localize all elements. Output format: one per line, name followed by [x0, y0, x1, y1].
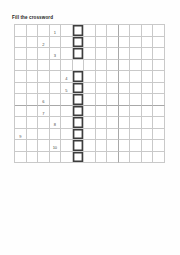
clue-number: 10 [53, 145, 57, 151]
grid-cell[interactable] [27, 37, 39, 49]
grid-cell[interactable] [61, 60, 73, 72]
crossword-grid: 12345678910 [14, 24, 165, 163]
grid-cell[interactable] [84, 117, 96, 129]
grid-cell[interactable] [84, 94, 96, 106]
grid-cell[interactable] [119, 60, 131, 72]
grid-cell[interactable] [119, 25, 131, 37]
grid-cell[interactable] [50, 60, 62, 72]
grid-cell[interactable] [130, 140, 142, 152]
grid-cell[interactable] [107, 140, 119, 152]
grid-cell[interactable] [153, 83, 165, 95]
answer-cell[interactable] [73, 106, 85, 118]
grid-cell[interactable] [84, 106, 96, 118]
grid-cell[interactable]: 10 [50, 140, 62, 152]
grid-cell[interactable] [96, 117, 108, 129]
grid-cell[interactable] [61, 129, 73, 141]
grid-cell[interactable] [84, 140, 96, 152]
grid-cell[interactable] [50, 94, 62, 106]
grid-cell[interactable] [15, 140, 27, 152]
grid-cell[interactable] [96, 25, 108, 37]
grid-cell[interactable] [119, 37, 131, 49]
grid-cell[interactable] [96, 37, 108, 49]
worksheet-title: Fill the crossword [12, 15, 53, 20]
grid-cell[interactable] [61, 94, 73, 106]
grid-cell[interactable] [38, 129, 50, 141]
grid-cell[interactable] [15, 106, 27, 118]
grid-cell[interactable] [153, 94, 165, 106]
grid-cell[interactable]: 1 [50, 25, 62, 37]
grid-cell[interactable] [50, 106, 62, 118]
grid-cell[interactable] [119, 83, 131, 95]
grid-cell[interactable] [107, 129, 119, 141]
grid-cell[interactable] [84, 25, 96, 37]
grid-cell[interactable] [38, 117, 50, 129]
answer-cell[interactable] [73, 140, 85, 152]
grid-cell[interactable] [50, 83, 62, 95]
grid-cell[interactable] [27, 129, 39, 141]
grid-cell[interactable] [107, 117, 119, 129]
grid-cell[interactable] [119, 129, 131, 141]
grid-cell[interactable] [130, 152, 142, 164]
grid-cell[interactable]: 9 [15, 129, 27, 141]
grid-cell[interactable] [27, 94, 39, 106]
grid-cell[interactable] [38, 48, 50, 60]
grid-cell[interactable] [27, 152, 39, 164]
grid-cell[interactable] [107, 48, 119, 60]
grid-cell[interactable] [96, 140, 108, 152]
grid-cell[interactable] [96, 106, 108, 118]
grid-cell[interactable] [15, 117, 27, 129]
grid-cell[interactable] [38, 140, 50, 152]
answer-cell[interactable] [73, 94, 85, 106]
grid-cell[interactable] [130, 37, 142, 49]
clue-number: 7 [42, 111, 44, 117]
grid-cell[interactable] [50, 129, 62, 141]
grid-cell[interactable] [27, 60, 39, 72]
grid-cell[interactable] [119, 71, 131, 83]
clue-number: 1 [54, 30, 56, 36]
grid-cell[interactable] [96, 83, 108, 95]
grid-cell[interactable] [96, 152, 108, 164]
clue-number: 4 [65, 76, 67, 82]
grid-cell[interactable] [50, 37, 62, 49]
answer-cell[interactable] [73, 117, 85, 129]
grid-cell[interactable] [15, 71, 27, 83]
answer-cell[interactable] [73, 83, 85, 95]
grid-cell[interactable] [61, 140, 73, 152]
grid-cell[interactable] [84, 71, 96, 83]
grid-cell[interactable] [153, 140, 165, 152]
grid-cell[interactable] [119, 94, 131, 106]
grid-cell[interactable]: 7 [38, 106, 50, 118]
grid-cell[interactable] [27, 83, 39, 95]
grid-cell[interactable] [142, 71, 154, 83]
grid-cell[interactable] [130, 60, 142, 72]
grid-cell[interactable] [27, 106, 39, 118]
grid-cell[interactable] [142, 152, 154, 164]
grid-cell[interactable] [142, 129, 154, 141]
grid-cell[interactable] [61, 117, 73, 129]
grid-cell[interactable] [107, 106, 119, 118]
grid-cell[interactable] [107, 152, 119, 164]
grid-cell[interactable] [153, 37, 165, 49]
grid-cell[interactable]: 2 [38, 37, 50, 49]
grid-cell[interactable] [84, 37, 96, 49]
clue-number: 5 [65, 88, 67, 94]
answer-cell[interactable] [73, 48, 85, 60]
grid-cell[interactable] [130, 25, 142, 37]
answer-cell[interactable] [73, 71, 85, 83]
grid-cell[interactable] [61, 25, 73, 37]
grid-cell[interactable] [27, 140, 39, 152]
grid-cell[interactable] [61, 106, 73, 118]
grid-cell[interactable] [153, 129, 165, 141]
grid-cell[interactable] [84, 60, 96, 72]
grid-cell[interactable] [142, 94, 154, 106]
grid-cell[interactable] [50, 71, 62, 83]
grid-cell[interactable] [27, 48, 39, 60]
clue-number: 8 [54, 122, 56, 128]
grid-cell[interactable] [50, 152, 62, 164]
grid-cell[interactable]: 4 [61, 71, 73, 83]
grid-cell[interactable] [15, 48, 27, 60]
grid-cell[interactable] [27, 117, 39, 129]
grid-cell[interactable] [96, 71, 108, 83]
grid-cell[interactable] [119, 106, 131, 118]
grid-cell[interactable] [84, 152, 96, 164]
grid-cell[interactable] [142, 106, 154, 118]
grid-cell[interactable] [130, 117, 142, 129]
grid-cell[interactable] [153, 71, 165, 83]
grid-cell[interactable] [96, 60, 108, 72]
answer-cell[interactable] [73, 129, 85, 141]
grid-cell[interactable] [130, 83, 142, 95]
clue-number: 6 [42, 99, 44, 105]
grid-cell[interactable] [15, 152, 27, 164]
grid-cell[interactable] [107, 94, 119, 106]
grid-cell[interactable] [84, 83, 96, 95]
grid-cell[interactable] [84, 48, 96, 60]
grid-cell[interactable] [130, 129, 142, 141]
grid-cell[interactable] [130, 48, 142, 60]
grid-cell[interactable] [15, 94, 27, 106]
grid-cell[interactable]: 5 [61, 83, 73, 95]
grid-cell[interactable] [38, 152, 50, 164]
grid-cell[interactable] [107, 37, 119, 49]
grid-cell[interactable] [38, 60, 50, 72]
grid-cell[interactable] [107, 71, 119, 83]
grid-cell[interactable] [153, 117, 165, 129]
grid-cell[interactable] [15, 83, 27, 95]
grid-cell[interactable] [61, 152, 73, 164]
grid-cell[interactable] [119, 152, 131, 164]
grid-cell[interactable] [27, 25, 39, 37]
grid-cell[interactable] [142, 140, 154, 152]
grid-cell[interactable] [119, 48, 131, 60]
grid-cell[interactable] [27, 71, 39, 83]
answer-cell[interactable] [73, 25, 85, 37]
grid-cell[interactable] [107, 83, 119, 95]
clue-number: 9 [19, 134, 21, 140]
grid-cell[interactable] [61, 37, 73, 49]
grid-cell[interactable] [61, 48, 73, 60]
grid-cell[interactable] [119, 117, 131, 129]
grid-cell[interactable] [38, 83, 50, 95]
grid-cell[interactable] [153, 106, 165, 118]
clue-number: 3 [54, 53, 56, 59]
grid-cell[interactable] [15, 37, 27, 49]
grid-cell[interactable] [38, 25, 50, 37]
grid-cell[interactable] [107, 25, 119, 37]
grid-cell[interactable] [153, 60, 165, 72]
grid-cell[interactable] [142, 48, 154, 60]
clue-number: 2 [42, 42, 44, 48]
grid-cell[interactable] [107, 60, 119, 72]
grid-cell[interactable] [96, 48, 108, 60]
answer-cell[interactable] [73, 37, 85, 49]
grid-cell[interactable]: 8 [50, 117, 62, 129]
grid-cell[interactable]: 3 [50, 48, 62, 60]
grid-cell[interactable] [73, 60, 85, 72]
grid-cell[interactable] [153, 25, 165, 37]
grid-cell[interactable] [96, 94, 108, 106]
grid-cell[interactable] [15, 60, 27, 72]
grid-cell[interactable] [130, 94, 142, 106]
grid-cell[interactable] [84, 129, 96, 141]
grid-cell[interactable] [142, 37, 154, 49]
grid-cell[interactable] [130, 71, 142, 83]
answer-cell[interactable] [73, 152, 85, 164]
grid-cell[interactable] [15, 25, 27, 37]
grid-cell[interactable] [142, 83, 154, 95]
grid-cell[interactable] [153, 48, 165, 60]
grid-cell[interactable]: 6 [38, 94, 50, 106]
grid-cell[interactable] [142, 60, 154, 72]
grid-cell[interactable] [96, 129, 108, 141]
grid-cell[interactable] [119, 140, 131, 152]
grid-cell[interactable] [142, 117, 154, 129]
grid-cell[interactable] [153, 152, 165, 164]
grid-cell[interactable] [130, 106, 142, 118]
grid-cell[interactable] [38, 71, 50, 83]
grid-cell[interactable] [142, 25, 154, 37]
